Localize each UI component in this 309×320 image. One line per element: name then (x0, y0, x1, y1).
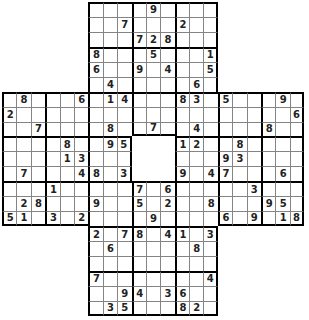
empty-cell-r9c12[interactable] (160, 122, 174, 137)
absent-cell (2, 301, 16, 316)
empty-cell-r13c20[interactable] (275, 181, 289, 196)
empty-cell-r9c13[interactable] (175, 122, 189, 137)
given-cell-r19c7: 7 (88, 271, 102, 286)
empty-cell-r18c12[interactable] (160, 256, 174, 271)
empty-cell-r7c15[interactable] (203, 92, 217, 107)
empty-cell-r7c11[interactable] (146, 92, 160, 107)
empty-cell-r18c14[interactable] (189, 256, 203, 271)
empty-cell-r9c15[interactable] (203, 122, 217, 137)
given-cell-r7c9: 4 (117, 92, 131, 107)
empty-cell-r14c9[interactable] (117, 196, 131, 211)
empty-cell-r10c6[interactable] (74, 136, 88, 151)
empty-cell-r17c11[interactable] (146, 241, 160, 256)
empty-cell-r6c12[interactable] (160, 77, 174, 92)
absent-cell (45, 47, 59, 62)
empty-cell-r4c12[interactable] (160, 47, 174, 62)
empty-cell-r10c15[interactable] (203, 136, 217, 151)
empty-cell-r10c2[interactable] (16, 136, 30, 151)
empty-cell-r20c14[interactable] (189, 286, 203, 301)
empty-cell-r9c10[interactable] (132, 122, 146, 137)
empty-cell-r5c9[interactable] (117, 62, 131, 77)
empty-cell-r17c12[interactable] (160, 241, 174, 256)
empty-cell-r13c14[interactable] (189, 181, 203, 196)
given-cell-r17c8: 6 (103, 241, 117, 256)
empty-cell-r11c9[interactable] (117, 151, 131, 166)
empty-cell-r2c11[interactable] (146, 17, 160, 32)
absent-cell (232, 271, 246, 286)
empty-cell-r2c7[interactable] (88, 17, 102, 32)
empty-cell-r2c15[interactable] (203, 17, 217, 32)
empty-cell-r11c3[interactable] (31, 151, 45, 166)
empty-cell-r6c13[interactable] (175, 77, 189, 92)
absent-cell (275, 2, 289, 17)
empty-cell-r10c3[interactable] (31, 136, 45, 151)
empty-cell-r5c14[interactable] (189, 62, 203, 77)
absent-cell (247, 286, 261, 301)
absent-cell (31, 62, 45, 77)
empty-cell-r15c10[interactable] (132, 211, 146, 226)
empty-cell-r16c14[interactable] (189, 226, 203, 241)
empty-cell-r3c14[interactable] (189, 32, 203, 47)
empty-cell-r9c4[interactable] (45, 122, 59, 137)
empty-cell-r13c17[interactable] (232, 181, 246, 196)
absent-cell (290, 2, 304, 17)
empty-cell-r7c18[interactable] (247, 92, 261, 107)
empty-cell-r11c14[interactable] (189, 151, 203, 166)
empty-cell-r9c18[interactable] (247, 122, 261, 137)
empty-cell-r12c4[interactable] (45, 166, 59, 181)
empty-cell-r10c21[interactable] (290, 136, 304, 151)
empty-cell-r6c9[interactable] (117, 77, 131, 92)
empty-cell-r14c13[interactable] (175, 196, 189, 211)
given-cell-r9c8: 8 (103, 122, 117, 137)
empty-cell-r13c11[interactable] (146, 181, 160, 196)
given-cell-r7c13: 8 (175, 92, 189, 107)
given-cell-r16c12: 4 (160, 226, 174, 241)
empty-cell-r8c17[interactable] (232, 107, 246, 122)
given-cell-r7c14: 3 (189, 92, 203, 107)
absent-cell (247, 2, 261, 17)
empty-cell-r11c19[interactable] (261, 151, 275, 166)
empty-cell-r11c8[interactable] (103, 151, 117, 166)
empty-cell-r2c14[interactable] (189, 17, 203, 32)
given-cell-r10c8: 9 (103, 136, 117, 151)
empty-cell-r14c16[interactable] (218, 196, 232, 211)
empty-cell-r18c9[interactable] (117, 256, 131, 271)
empty-cell-r20c15[interactable] (203, 286, 217, 301)
empty-cell-r13c3[interactable] (31, 181, 45, 196)
empty-cell-r8c20[interactable] (275, 107, 289, 122)
empty-cell-r17c9[interactable] (117, 241, 131, 256)
absent-cell (2, 2, 16, 17)
empty-cell-r18c13[interactable] (175, 256, 189, 271)
empty-cell-r13c8[interactable] (103, 181, 117, 196)
empty-cell-r8c6[interactable] (74, 107, 88, 122)
given-cell-r9c11: 7 (146, 122, 160, 137)
absent-cell (160, 166, 174, 181)
absent-cell (247, 301, 261, 316)
empty-cell-r13c2[interactable] (16, 181, 30, 196)
empty-cell-r10c1[interactable] (2, 136, 16, 151)
empty-cell-r12c3[interactable] (31, 166, 45, 181)
absent-cell (2, 47, 16, 62)
empty-cell-r14c21[interactable] (290, 196, 304, 211)
empty-cell-r6c11[interactable] (146, 77, 160, 92)
given-cell-r4c11: 5 (146, 47, 160, 62)
empty-cell-r8c14[interactable] (189, 107, 203, 122)
empty-cell-r12c18[interactable] (247, 166, 261, 181)
empty-cell-r20c7[interactable] (88, 286, 102, 301)
absent-cell (232, 32, 246, 47)
empty-cell-r9c9[interactable] (117, 122, 131, 137)
empty-cell-r19c14[interactable] (189, 271, 203, 286)
empty-cell-r15c19[interactable] (261, 211, 275, 226)
absent-cell (31, 17, 45, 32)
empty-cell-r13c16[interactable] (218, 181, 232, 196)
absent-cell (60, 17, 74, 32)
empty-cell-r2c8[interactable] (103, 17, 117, 32)
empty-cell-r12c8[interactable] (103, 166, 117, 181)
empty-cell-r19c8[interactable] (103, 271, 117, 286)
absent-cell (218, 62, 232, 77)
given-cell-r12c6: 4 (74, 166, 88, 181)
empty-cell-r5c8[interactable] (103, 62, 117, 77)
absent-cell (60, 286, 74, 301)
board: 9727288516945468614835926787488951281393… (2, 2, 309, 316)
empty-cell-r1c15[interactable] (203, 2, 217, 17)
empty-cell-r19c9[interactable] (117, 271, 131, 286)
given-cell-r15c20: 1 (275, 211, 289, 226)
empty-cell-r13c1[interactable] (2, 181, 16, 196)
empty-cell-r7c1[interactable] (2, 92, 16, 107)
empty-cell-r9c20[interactable] (275, 122, 289, 137)
absent-cell (16, 241, 30, 256)
empty-cell-r7c4[interactable] (45, 92, 59, 107)
empty-cell-r9c21[interactable] (290, 122, 304, 137)
empty-cell-r11c18[interactable] (247, 151, 261, 166)
empty-cell-r10c7[interactable] (88, 136, 102, 151)
empty-cell-r7c10[interactable] (132, 92, 146, 107)
given-cell-r10c17: 8 (232, 136, 246, 151)
empty-cell-r11c1[interactable] (2, 151, 16, 166)
given-cell-r3c12: 8 (160, 32, 174, 47)
empty-cell-r10c18[interactable] (247, 136, 261, 151)
empty-cell-r13c5[interactable] (60, 181, 74, 196)
given-cell-r1c11: 9 (146, 2, 160, 17)
given-cell-r8c1: 2 (2, 107, 16, 122)
empty-cell-r14c11[interactable] (146, 196, 160, 211)
empty-cell-r19c10[interactable] (132, 271, 146, 286)
absent-cell (74, 226, 88, 241)
empty-cell-r4c14[interactable] (189, 47, 203, 62)
empty-cell-r5c13[interactable] (175, 62, 189, 77)
empty-cell-r11c21[interactable] (290, 151, 304, 166)
empty-cell-r14c14[interactable] (189, 196, 203, 211)
absent-cell (247, 271, 261, 286)
empty-cell-r15c3[interactable] (31, 211, 45, 226)
empty-cell-r11c2[interactable] (16, 151, 30, 166)
absent-cell (290, 226, 304, 241)
absent-cell (218, 271, 232, 286)
empty-cell-r7c7[interactable] (88, 92, 102, 107)
empty-cell-r8c16[interactable] (218, 107, 232, 122)
empty-cell-r15c5[interactable] (60, 211, 74, 226)
empty-cell-r19c13[interactable] (175, 271, 189, 286)
empty-cell-r14c18[interactable] (247, 196, 261, 211)
absent-cell (132, 166, 146, 181)
absent-cell (290, 17, 304, 32)
empty-cell-r13c6[interactable] (74, 181, 88, 196)
empty-cell-r8c15[interactable] (203, 107, 217, 122)
given-cell-r20c12: 3 (160, 286, 174, 301)
empty-cell-r8c3[interactable] (31, 107, 45, 122)
given-cell-r14c2: 2 (16, 196, 30, 211)
empty-cell-r13c19[interactable] (261, 181, 275, 196)
empty-cell-r15c14[interactable] (189, 211, 203, 226)
empty-cell-r13c7[interactable] (88, 181, 102, 196)
absent-cell (218, 2, 232, 17)
empty-cell-r15c7[interactable] (88, 211, 102, 226)
absent-cell (218, 256, 232, 271)
empty-cell-r9c7[interactable] (88, 122, 102, 137)
empty-cell-r13c15[interactable] (203, 181, 217, 196)
empty-cell-r16c8[interactable] (103, 226, 117, 241)
empty-cell-r13c21[interactable] (290, 181, 304, 196)
empty-cell-r11c15[interactable] (203, 151, 217, 166)
given-cell-r12c20: 6 (275, 166, 289, 181)
empty-cell-r21c7[interactable] (88, 301, 102, 316)
absent-cell (160, 151, 174, 166)
empty-cell-r17c7[interactable] (88, 241, 102, 256)
given-cell-r15c21: 8 (290, 211, 304, 226)
absent-cell (232, 47, 246, 62)
absent-cell (2, 32, 16, 47)
empty-cell-r7c19[interactable] (261, 92, 275, 107)
given-cell-r11c16: 9 (218, 151, 232, 166)
empty-cell-r17c13[interactable] (175, 241, 189, 256)
empty-cell-r15c8[interactable] (103, 211, 117, 226)
absent-cell (16, 17, 30, 32)
empty-cell-r8c18[interactable] (247, 107, 261, 122)
empty-cell-r16c11[interactable] (146, 226, 160, 241)
empty-cell-r10c20[interactable] (275, 136, 289, 151)
empty-cell-r6c7[interactable] (88, 77, 102, 92)
empty-cell-r9c6[interactable] (74, 122, 88, 137)
empty-cell-r18c8[interactable] (103, 256, 117, 271)
empty-cell-r10c16[interactable] (218, 136, 232, 151)
absent-cell (261, 286, 275, 301)
empty-cell-r11c13[interactable] (175, 151, 189, 166)
absent-cell (275, 77, 289, 92)
empty-cell-r14c6[interactable] (74, 196, 88, 211)
empty-cell-r9c1[interactable] (2, 122, 16, 137)
empty-cell-r17c10[interactable] (132, 241, 146, 256)
absent-cell (261, 241, 275, 256)
empty-cell-r18c10[interactable] (132, 256, 146, 271)
absent-cell (60, 271, 74, 286)
empty-cell-r15c12[interactable] (160, 211, 174, 226)
given-cell-r9c14: 4 (189, 122, 203, 137)
absent-cell (247, 47, 261, 62)
given-cell-r12c7: 8 (88, 166, 102, 181)
empty-cell-r7c3[interactable] (31, 92, 45, 107)
empty-cell-r1c10[interactable] (132, 2, 146, 17)
given-cell-r12c16: 7 (218, 166, 232, 181)
absent-cell (45, 256, 59, 271)
absent-cell (146, 151, 160, 166)
empty-cell-r8c5[interactable] (60, 107, 74, 122)
empty-cell-r10c4[interactable] (45, 136, 59, 151)
empty-cell-r12c19[interactable] (261, 166, 275, 181)
empty-cell-r7c17[interactable] (232, 92, 246, 107)
empty-cell-r17c15[interactable] (203, 241, 217, 256)
empty-cell-r20c8[interactable] (103, 286, 117, 301)
empty-cell-r1c13[interactable] (175, 2, 189, 17)
given-cell-r12c13: 9 (175, 166, 189, 181)
empty-cell-r3c9[interactable] (117, 32, 131, 47)
empty-cell-r8c11[interactable] (146, 107, 160, 122)
empty-cell-r3c7[interactable] (88, 32, 102, 47)
absent-cell (45, 286, 59, 301)
empty-cell-r8c7[interactable] (88, 107, 102, 122)
absent-cell (31, 256, 45, 271)
empty-cell-r8c8[interactable] (103, 107, 117, 122)
empty-cell-r7c5[interactable] (60, 92, 74, 107)
empty-cell-r13c13[interactable] (175, 181, 189, 196)
empty-cell-r1c9[interactable] (117, 2, 131, 17)
empty-cell-r14c4[interactable] (45, 196, 59, 211)
empty-cell-r21c12[interactable] (160, 301, 174, 316)
absent-cell (275, 286, 289, 301)
absent-cell (290, 77, 304, 92)
absent-cell (261, 271, 275, 286)
empty-cell-r2c12[interactable] (160, 17, 174, 32)
given-cell-r11c5: 1 (60, 151, 74, 166)
empty-cell-r10c19[interactable] (261, 136, 275, 151)
absent-cell (16, 77, 30, 92)
absent-cell (290, 301, 304, 316)
empty-cell-r6c10[interactable] (132, 77, 146, 92)
empty-cell-r15c13[interactable] (175, 211, 189, 226)
empty-cell-r14c5[interactable] (60, 196, 74, 211)
absent-cell (60, 62, 74, 77)
empty-cell-r19c11[interactable] (146, 271, 160, 286)
empty-cell-r11c4[interactable] (45, 151, 59, 166)
empty-cell-r1c8[interactable] (103, 2, 117, 17)
absent-cell (45, 241, 59, 256)
empty-cell-r11c7[interactable] (88, 151, 102, 166)
empty-cell-r12c21[interactable] (290, 166, 304, 181)
empty-cell-r21c10[interactable] (132, 301, 146, 316)
empty-cell-r13c9[interactable] (117, 181, 131, 196)
empty-cell-r1c12[interactable] (160, 2, 174, 17)
empty-cell-r9c5[interactable] (60, 122, 74, 137)
empty-cell-r1c7[interactable] (88, 2, 102, 17)
empty-cell-r8c2[interactable] (16, 107, 30, 122)
empty-cell-r8c9[interactable] (117, 107, 131, 122)
empty-cell-r14c17[interactable] (232, 196, 246, 211)
given-cell-r15c4: 3 (45, 211, 59, 226)
given-cell-r12c2: 7 (16, 166, 30, 181)
empty-cell-r8c10[interactable] (132, 107, 146, 122)
empty-cell-r18c7[interactable] (88, 256, 102, 271)
absent-cell (232, 226, 246, 241)
absent-cell (275, 32, 289, 47)
absent-cell (247, 226, 261, 241)
empty-cell-r14c8[interactable] (103, 196, 117, 211)
empty-cell-r12c17[interactable] (232, 166, 246, 181)
absent-cell (60, 2, 74, 17)
absent-cell (60, 32, 74, 47)
empty-cell-r8c19[interactable] (261, 107, 275, 122)
empty-cell-r7c12[interactable] (160, 92, 174, 107)
given-cell-r20c13: 6 (175, 286, 189, 301)
given-cell-r9c3: 7 (31, 122, 45, 137)
empty-cell-r15c15[interactable] (203, 211, 217, 226)
empty-cell-r19c12[interactable] (160, 271, 174, 286)
absent-cell (232, 2, 246, 17)
empty-cell-r8c4[interactable] (45, 107, 59, 122)
empty-cell-r18c11[interactable] (146, 256, 160, 271)
absent-cell (132, 151, 146, 166)
empty-cell-r14c1[interactable] (2, 196, 16, 211)
absent-cell (45, 271, 59, 286)
given-cell-r11c17: 3 (232, 151, 246, 166)
empty-cell-r8c13[interactable] (175, 107, 189, 122)
empty-cell-r9c16[interactable] (218, 122, 232, 137)
empty-cell-r12c1[interactable] (2, 166, 16, 181)
given-cell-r5c12: 4 (160, 62, 174, 77)
empty-cell-r1c14[interactable] (189, 2, 203, 17)
given-cell-r13c18: 3 (247, 181, 261, 196)
empty-cell-r9c17[interactable] (232, 122, 246, 137)
empty-cell-r11c20[interactable] (275, 151, 289, 166)
empty-cell-r15c9[interactable] (117, 211, 131, 226)
empty-cell-r4c9[interactable] (117, 47, 131, 62)
empty-cell-r21c11[interactable] (146, 301, 160, 316)
absent-cell (261, 47, 275, 62)
absent-cell (275, 226, 289, 241)
empty-cell-r4c8[interactable] (103, 47, 117, 62)
given-cell-r3c11: 2 (146, 32, 160, 47)
empty-cell-r12c5[interactable] (60, 166, 74, 181)
empty-cell-r12c14[interactable] (189, 166, 203, 181)
empty-cell-r4c13[interactable] (175, 47, 189, 62)
empty-cell-r5c11[interactable] (146, 62, 160, 77)
empty-cell-r18c15[interactable] (203, 256, 217, 271)
empty-cell-r21c15[interactable] (203, 301, 217, 316)
empty-cell-r6c15[interactable] (203, 77, 217, 92)
empty-cell-r3c8[interactable] (103, 32, 117, 47)
given-cell-r11c6: 3 (74, 151, 88, 166)
absent-cell (232, 241, 246, 256)
absent-cell (45, 2, 59, 17)
empty-cell-r2c10[interactable] (132, 17, 146, 32)
empty-cell-r7c21[interactable] (290, 92, 304, 107)
empty-cell-r3c15[interactable] (203, 32, 217, 47)
empty-cell-r4c10[interactable] (132, 47, 146, 62)
given-cell-r15c18: 9 (247, 211, 261, 226)
absent-cell (275, 62, 289, 77)
empty-cell-r3c13[interactable] (175, 32, 189, 47)
absent-cell (45, 32, 59, 47)
empty-cell-r9c2[interactable] (16, 122, 30, 137)
absent-cell (31, 32, 45, 47)
empty-cell-r20c11[interactable] (146, 286, 160, 301)
given-cell-r17c14: 8 (189, 241, 203, 256)
empty-cell-r8c12[interactable] (160, 107, 174, 122)
empty-cell-r15c17[interactable] (232, 211, 246, 226)
